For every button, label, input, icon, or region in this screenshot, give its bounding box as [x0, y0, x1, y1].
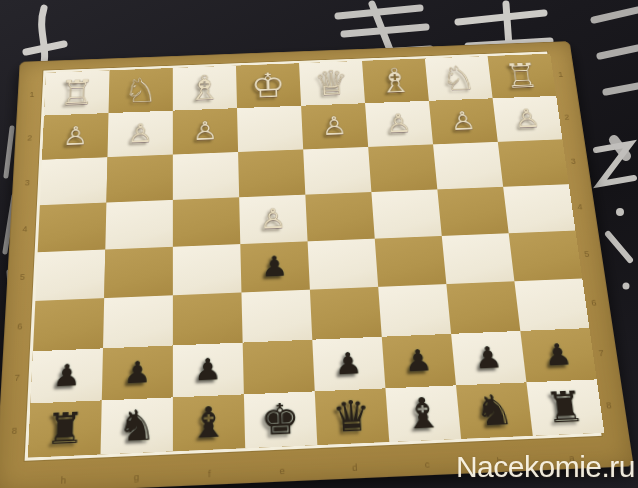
- board-grid: ♖♘♗♔♕♗♘♖♙♙♙♙♙♙♙♙♟♟♟♟♟♟♟♟♜♞♝♚♛♝♞♜: [25, 52, 602, 461]
- square-f4: [173, 197, 240, 247]
- white-knight-g1: ♘: [123, 69, 158, 113]
- black-bishop-f8: ♝: [189, 395, 228, 450]
- square-d8: ♛: [315, 388, 390, 445]
- white-king-e1: ♔: [250, 64, 286, 108]
- file-label-h: h: [27, 473, 101, 487]
- square-c4: [371, 189, 441, 238]
- white-rook-a1: ♖: [502, 54, 542, 97]
- rank-label-left-6: 6: [12, 301, 27, 352]
- white-pawn-d2: ♙: [320, 104, 348, 149]
- square-a7: ♟: [520, 328, 596, 382]
- square-b1: ♘: [425, 56, 493, 101]
- rank-label-left-4: 4: [18, 205, 32, 253]
- square-e3: [238, 149, 305, 197]
- black-pawn-a7: ♟: [541, 329, 575, 382]
- rank-label-left-2: 2: [23, 116, 37, 161]
- square-d5: [308, 239, 379, 290]
- white-pawn-f2: ♙: [192, 109, 218, 154]
- square-g1: ♘: [109, 68, 173, 113]
- rank-label-left-5: 5: [15, 253, 30, 302]
- black-pawn-d7: ♟: [333, 338, 364, 391]
- square-g8: ♞: [101, 397, 173, 454]
- square-f3: [173, 152, 239, 200]
- square-e5: ♟: [240, 241, 310, 292]
- white-queen-d1: ♕: [314, 61, 351, 105]
- square-d1: ♕: [299, 61, 365, 106]
- square-f7: ♟: [173, 343, 244, 398]
- square-c8: ♝: [385, 385, 461, 441]
- rank-label-left-3: 3: [20, 160, 34, 206]
- square-e8: ♚: [244, 391, 317, 448]
- square-a6: [514, 278, 589, 330]
- square-c3: [368, 144, 437, 192]
- black-pawn-e5: ♟: [261, 242, 290, 291]
- square-h4: [38, 203, 107, 253]
- square-d2: ♙: [301, 103, 368, 149]
- board-border: 12345678 12345678 ♖♘♗♔♕♗♘♖♙♙♙♙♙♙♙♙♟♟♟♟♟♟…: [0, 41, 634, 488]
- rank-label-left-1: 1: [25, 73, 39, 116]
- square-c7: ♟: [382, 334, 456, 389]
- square-g3: [106, 155, 172, 203]
- square-a8: ♜: [526, 379, 604, 435]
- square-h3: [40, 157, 108, 205]
- file-label-c: c: [391, 458, 464, 472]
- square-f6: [173, 292, 243, 345]
- square-h6: [33, 298, 104, 351]
- black-pawn-b7: ♟: [472, 332, 505, 385]
- square-c2: ♙: [365, 101, 433, 147]
- white-pawn-a2: ♙: [512, 97, 543, 141]
- square-d7: ♟: [312, 337, 385, 392]
- black-pawn-f7: ♟: [194, 343, 222, 396]
- black-pawn-c7: ♟: [403, 335, 435, 388]
- square-g6: [103, 295, 173, 348]
- square-h1: ♖: [44, 70, 109, 115]
- square-h2: ♙: [42, 113, 109, 160]
- black-knight-b8: ♞: [472, 383, 516, 438]
- square-b7: ♟: [451, 331, 526, 385]
- square-c5: [375, 236, 447, 287]
- white-pawn-e4: ♙: [259, 195, 287, 243]
- square-g4: [105, 200, 173, 250]
- square-b4: [437, 187, 508, 236]
- file-label-e: e: [246, 464, 319, 478]
- square-e6: [241, 290, 312, 343]
- white-pawn-b2: ♙: [448, 99, 478, 144]
- square-e2: [237, 106, 303, 152]
- square-f5: [173, 244, 242, 295]
- square-g7: ♟: [102, 345, 173, 400]
- white-rook-h1: ♖: [59, 71, 95, 115]
- square-d3: [303, 147, 371, 195]
- square-h7: ♟: [31, 348, 103, 403]
- square-b5: [442, 233, 515, 284]
- chess-board: 12345678 12345678 ♖♘♗♔♕♗♘♖♙♙♙♙♙♙♙♙♟♟♟♟♟♟…: [0, 41, 634, 488]
- square-f1: ♗: [173, 66, 237, 111]
- square-a5: [509, 231, 583, 282]
- watermark: Nacekomie.ru: [456, 450, 635, 484]
- square-f2: ♙: [173, 108, 238, 154]
- white-bishop-f1: ♗: [187, 66, 222, 110]
- black-rook-h8: ♜: [45, 401, 86, 457]
- white-pawn-c2: ♙: [384, 102, 413, 147]
- white-bishop-c1: ♗: [376, 59, 414, 103]
- calligraphy-cluster-top-right: [594, 10, 638, 92]
- black-pawn-g7: ♟: [123, 346, 152, 399]
- black-king-e8: ♚: [260, 392, 301, 447]
- square-a2: ♙: [493, 96, 563, 142]
- square-b2: ♙: [429, 98, 498, 144]
- file-label-d: d: [318, 461, 391, 475]
- square-f8: ♝: [173, 394, 245, 451]
- square-h8: ♜: [28, 400, 102, 457]
- file-label-g: g: [100, 470, 173, 484]
- square-d6: [310, 287, 382, 340]
- square-b6: [446, 281, 520, 334]
- square-c6: [378, 284, 451, 337]
- white-pawn-g2: ♙: [127, 111, 153, 156]
- black-pawn-h7: ♟: [52, 349, 82, 402]
- square-d4: [305, 192, 374, 241]
- white-knight-b1: ♘: [439, 57, 478, 100]
- black-queen-d8: ♛: [331, 389, 373, 444]
- square-e4: ♙: [239, 195, 307, 244]
- black-rook-a8: ♜: [543, 380, 588, 435]
- rank-label-left-7: 7: [10, 352, 25, 405]
- file-label-f: f: [173, 467, 246, 481]
- black-knight-g8: ♞: [117, 398, 156, 454]
- black-bishop-c8: ♝: [402, 386, 445, 441]
- square-e7: [243, 340, 315, 395]
- square-e1: ♔: [236, 63, 301, 108]
- square-a3: [498, 139, 569, 186]
- square-g2: ♙: [107, 111, 172, 157]
- square-b3: [433, 142, 503, 190]
- photo-scene: 12345678 12345678 ♖♘♗♔♕♗♘♖♙♙♙♙♙♙♙♙♟♟♟♟♟♟…: [0, 0, 638, 488]
- white-pawn-h2: ♙: [62, 114, 89, 159]
- rank-label-left-8: 8: [7, 404, 23, 459]
- square-a4: [503, 184, 575, 233]
- square-c1: ♗: [362, 59, 429, 104]
- square-b8: ♞: [456, 382, 533, 438]
- square-g5: [104, 247, 173, 298]
- square-a1: ♖: [488, 54, 557, 99]
- square-h5: [35, 250, 105, 301]
